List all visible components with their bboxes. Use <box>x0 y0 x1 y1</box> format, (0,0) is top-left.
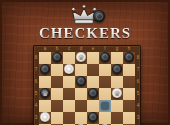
piece-black-man[interactable] <box>124 52 134 62</box>
square-f4[interactable] <box>99 100 111 112</box>
square-h7[interactable] <box>123 64 135 76</box>
piece-white-man[interactable] <box>64 64 74 74</box>
piece-white-man[interactable] <box>76 124 86 125</box>
piece-black-man[interactable] <box>40 64 50 74</box>
square-h3[interactable] <box>123 112 135 124</box>
square-a7[interactable] <box>39 64 51 76</box>
file-label-g: g <box>111 45 123 52</box>
square-a2[interactable] <box>39 124 51 125</box>
square-e6[interactable] <box>87 76 99 88</box>
piece-white-man[interactable] <box>40 112 50 122</box>
piece-black-man[interactable] <box>88 112 98 122</box>
king-crown-icon: ♛ <box>76 52 86 62</box>
king-crown-icon: ♛ <box>112 88 122 98</box>
rank-label-right-5: 5 <box>135 88 141 100</box>
square-h4[interactable] <box>123 100 135 112</box>
rank-label-right-2: 2 <box>135 124 141 125</box>
piece-black-man[interactable] <box>76 76 86 86</box>
square-c7[interactable] <box>63 64 75 76</box>
rank-label-right-8: 8 <box>135 52 141 64</box>
square-e8[interactable] <box>87 52 99 64</box>
square-c2[interactable] <box>63 124 75 125</box>
checkers-game-screen: CHECKERS abcdefgh 87654321 87654321 ♛♛♛ <box>0 0 170 125</box>
square-a3[interactable] <box>39 112 51 124</box>
square-g6[interactable] <box>111 76 123 88</box>
square-b2[interactable] <box>51 124 63 125</box>
square-c4[interactable] <box>63 100 75 112</box>
square-b4[interactable] <box>51 100 63 112</box>
highlight-overlay <box>101 102 109 110</box>
file-label-a: a <box>39 45 51 52</box>
square-e4[interactable] <box>87 100 99 112</box>
square-e3[interactable] <box>87 112 99 124</box>
square-e5[interactable] <box>87 88 99 100</box>
file-label-c: c <box>63 45 75 52</box>
rank-label-right-7: 7 <box>135 64 141 76</box>
square-c6[interactable] <box>63 76 75 88</box>
file-label-d: d <box>75 45 87 52</box>
square-e2[interactable] <box>87 124 99 125</box>
rank-labels-right: 87654321 <box>135 52 141 125</box>
square-g4[interactable] <box>111 100 123 112</box>
square-h6[interactable] <box>123 76 135 88</box>
square-h5[interactable] <box>123 88 135 100</box>
square-f7[interactable] <box>99 64 111 76</box>
square-f2[interactable] <box>99 124 111 125</box>
square-a8[interactable] <box>39 52 51 64</box>
piece-white-king[interactable]: ♛ <box>112 88 122 98</box>
square-h8[interactable] <box>123 52 135 64</box>
rank-label-right-4: 4 <box>135 100 141 112</box>
piece-black-man[interactable] <box>100 52 110 62</box>
piece-black-king[interactable]: ♛ <box>40 88 50 98</box>
square-b7[interactable] <box>51 64 63 76</box>
square-a4[interactable] <box>39 100 51 112</box>
square-g7[interactable] <box>111 64 123 76</box>
game-title: CHECKERS <box>0 26 170 41</box>
square-f6[interactable] <box>99 76 111 88</box>
square-c3[interactable] <box>63 112 75 124</box>
piece-black-man[interactable] <box>112 64 122 74</box>
square-f5[interactable] <box>99 88 111 100</box>
square-d2[interactable] <box>75 124 87 125</box>
square-h2[interactable] <box>123 124 135 125</box>
piece-white-king[interactable]: ♛ <box>76 52 86 62</box>
square-b3[interactable] <box>51 112 63 124</box>
rank-label-right-3: 3 <box>135 112 141 124</box>
black-checker-logo-icon <box>93 10 105 22</box>
square-b8[interactable] <box>51 52 63 64</box>
square-a5[interactable]: ♛ <box>39 88 51 100</box>
piece-black-man[interactable] <box>52 52 62 62</box>
square-d5[interactable] <box>75 88 87 100</box>
square-a6[interactable] <box>39 76 51 88</box>
square-g3[interactable] <box>111 112 123 124</box>
square-b5[interactable] <box>51 88 63 100</box>
square-d3[interactable] <box>75 112 87 124</box>
rank-label-right-6: 6 <box>135 76 141 88</box>
file-label-b: b <box>51 45 63 52</box>
square-c8[interactable] <box>63 52 75 64</box>
king-crown-icon: ♛ <box>40 88 50 98</box>
square-e7[interactable] <box>87 64 99 76</box>
file-labels-top: abcdefgh <box>39 45 135 52</box>
square-f3[interactable] <box>99 112 111 124</box>
square-g8[interactable] <box>111 52 123 64</box>
piece-white-man[interactable] <box>100 124 110 125</box>
square-d7[interactable] <box>75 64 87 76</box>
square-d4[interactable] <box>75 100 87 112</box>
square-b6[interactable] <box>51 76 63 88</box>
file-label-f: f <box>99 45 111 52</box>
file-label-h: h <box>123 45 135 52</box>
square-f8[interactable] <box>99 52 111 64</box>
piece-black-man[interactable] <box>88 88 98 98</box>
square-g2[interactable] <box>111 124 123 125</box>
square-c5[interactable] <box>63 88 75 100</box>
file-label-e: e <box>87 45 99 52</box>
square-g5[interactable]: ♛ <box>111 88 123 100</box>
square-d6[interactable] <box>75 76 87 88</box>
checkers-board: ♛♛♛ <box>39 52 135 125</box>
square-d8[interactable]: ♛ <box>75 52 87 64</box>
